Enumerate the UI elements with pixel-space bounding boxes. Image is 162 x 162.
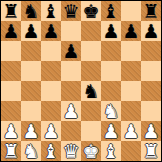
square-a6[interactable] xyxy=(1,41,21,61)
square-c3[interactable] xyxy=(41,101,61,121)
chess-board-window: ♜♞♝♛♚♝♜♟♟♟♟♟♟♟♞♟♞♟♟♟♟♟♟♜♞♝♛♚♝♜ xyxy=(0,0,162,162)
square-g6[interactable] xyxy=(121,41,141,61)
square-f1[interactable]: ♝ xyxy=(101,141,121,161)
square-h5[interactable] xyxy=(141,61,161,81)
black-pawn-piece[interactable]: ♟ xyxy=(62,41,79,61)
square-g5[interactable] xyxy=(121,61,141,81)
square-h2[interactable]: ♟ xyxy=(141,121,161,141)
square-e4[interactable]: ♞ xyxy=(81,81,101,101)
square-b2[interactable]: ♟ xyxy=(21,121,41,141)
square-f7[interactable]: ♟ xyxy=(101,21,121,41)
square-g4[interactable] xyxy=(121,81,141,101)
square-b6[interactable] xyxy=(21,41,41,61)
black-rook-piece[interactable]: ♜ xyxy=(142,1,159,21)
square-d5[interactable] xyxy=(61,61,81,81)
white-rook-piece[interactable]: ♜ xyxy=(142,141,159,161)
black-knight-piece[interactable]: ♞ xyxy=(22,1,39,21)
black-bishop-piece[interactable]: ♝ xyxy=(42,1,59,21)
square-d7[interactable] xyxy=(61,21,81,41)
white-bishop-piece[interactable]: ♝ xyxy=(42,141,59,161)
square-h4[interactable] xyxy=(141,81,161,101)
square-h8[interactable]: ♜ xyxy=(141,1,161,21)
square-a8[interactable]: ♜ xyxy=(1,1,21,21)
square-c4[interactable] xyxy=(41,81,61,101)
square-b5[interactable] xyxy=(21,61,41,81)
square-h6[interactable] xyxy=(141,41,161,61)
white-pawn-piece[interactable]: ♟ xyxy=(122,121,139,141)
black-pawn-piece[interactable]: ♟ xyxy=(2,21,19,41)
white-rook-piece[interactable]: ♜ xyxy=(2,141,19,161)
black-pawn-piece[interactable]: ♟ xyxy=(122,21,139,41)
square-h7[interactable]: ♟ xyxy=(141,21,161,41)
square-b4[interactable] xyxy=(21,81,41,101)
square-a4[interactable] xyxy=(1,81,21,101)
square-g1[interactable] xyxy=(121,141,141,161)
square-a3[interactable] xyxy=(1,101,21,121)
square-f6[interactable] xyxy=(101,41,121,61)
square-c2[interactable]: ♟ xyxy=(41,121,61,141)
black-pawn-piece[interactable]: ♟ xyxy=(102,21,119,41)
square-e3[interactable] xyxy=(81,101,101,121)
square-b8[interactable]: ♞ xyxy=(21,1,41,21)
square-h3[interactable] xyxy=(141,101,161,121)
square-a5[interactable] xyxy=(1,61,21,81)
square-b1[interactable]: ♞ xyxy=(21,141,41,161)
square-e5[interactable] xyxy=(81,61,101,81)
square-e2[interactable] xyxy=(81,121,101,141)
black-rook-piece[interactable]: ♜ xyxy=(2,1,19,21)
white-king-piece[interactable]: ♚ xyxy=(82,141,99,161)
square-g7[interactable]: ♟ xyxy=(121,21,141,41)
square-e7[interactable] xyxy=(81,21,101,41)
square-d8[interactable]: ♛ xyxy=(61,1,81,21)
square-f3[interactable]: ♞ xyxy=(101,101,121,121)
white-pawn-piece[interactable]: ♟ xyxy=(102,121,119,141)
square-c8[interactable]: ♝ xyxy=(41,1,61,21)
square-a2[interactable]: ♟ xyxy=(1,121,21,141)
square-b3[interactable] xyxy=(21,101,41,121)
white-pawn-piece[interactable]: ♟ xyxy=(62,101,79,121)
white-pawn-piece[interactable]: ♟ xyxy=(142,121,159,141)
black-pawn-piece[interactable]: ♟ xyxy=(22,21,39,41)
square-e6[interactable] xyxy=(81,41,101,61)
square-d3[interactable]: ♟ xyxy=(61,101,81,121)
square-h1[interactable]: ♜ xyxy=(141,141,161,161)
black-queen-piece[interactable]: ♛ xyxy=(62,1,79,21)
black-pawn-piece[interactable]: ♟ xyxy=(142,21,159,41)
square-c6[interactable] xyxy=(41,41,61,61)
chess-board: ♜♞♝♛♚♝♜♟♟♟♟♟♟♟♞♟♞♟♟♟♟♟♟♜♞♝♛♚♝♜ xyxy=(0,0,162,162)
black-pawn-piece[interactable]: ♟ xyxy=(42,21,59,41)
square-f5[interactable] xyxy=(101,61,121,81)
square-g8[interactable] xyxy=(121,1,141,21)
square-f8[interactable]: ♝ xyxy=(101,1,121,21)
square-g2[interactable]: ♟ xyxy=(121,121,141,141)
square-d4[interactable] xyxy=(61,81,81,101)
square-b7[interactable]: ♟ xyxy=(21,21,41,41)
square-g3[interactable] xyxy=(121,101,141,121)
square-f2[interactable]: ♟ xyxy=(101,121,121,141)
square-c1[interactable]: ♝ xyxy=(41,141,61,161)
square-c5[interactable] xyxy=(41,61,61,81)
square-a1[interactable]: ♜ xyxy=(1,141,21,161)
black-king-piece[interactable]: ♚ xyxy=(82,1,99,21)
white-pawn-piece[interactable]: ♟ xyxy=(42,121,59,141)
black-knight-piece[interactable]: ♞ xyxy=(82,81,99,101)
white-queen-piece[interactable]: ♛ xyxy=(62,141,79,161)
white-pawn-piece[interactable]: ♟ xyxy=(2,121,19,141)
square-c7[interactable]: ♟ xyxy=(41,21,61,41)
square-e1[interactable]: ♚ xyxy=(81,141,101,161)
square-d1[interactable]: ♛ xyxy=(61,141,81,161)
white-pawn-piece[interactable]: ♟ xyxy=(22,121,39,141)
square-d2[interactable] xyxy=(61,121,81,141)
square-e8[interactable]: ♚ xyxy=(81,1,101,21)
square-d6[interactable]: ♟ xyxy=(61,41,81,61)
square-f4[interactable] xyxy=(101,81,121,101)
black-bishop-piece[interactable]: ♝ xyxy=(102,1,119,21)
square-a7[interactable]: ♟ xyxy=(1,21,21,41)
white-knight-piece[interactable]: ♞ xyxy=(102,101,119,121)
white-bishop-piece[interactable]: ♝ xyxy=(102,141,119,161)
white-knight-piece[interactable]: ♞ xyxy=(22,141,39,161)
